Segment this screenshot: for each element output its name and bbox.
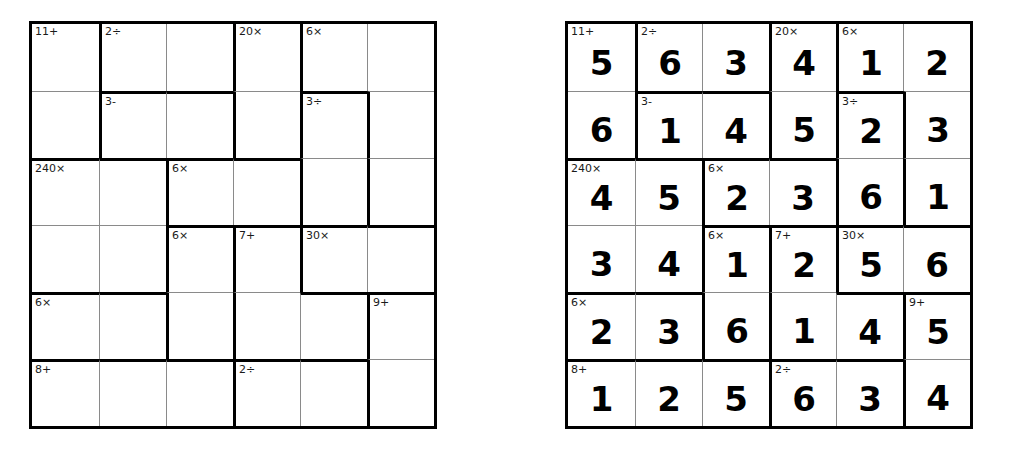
cell-digit: 6 [925, 238, 949, 282]
solution-cell-r5c3: 6 [702, 292, 769, 359]
solution-cell-r2c3: 4 [702, 91, 769, 158]
puzzle-cell-r2c2: 3- [99, 91, 166, 158]
puzzle-cell-r5c6: 9+ [367, 292, 434, 359]
solution-cell-r2c6: 3 [903, 91, 970, 158]
solution-cell-r3c6: 1 [903, 158, 970, 225]
cell-digit: 1 [792, 304, 816, 348]
cell-digit: 3 [926, 103, 950, 147]
solution-cell-r1c1: 11+5 [568, 24, 635, 91]
cell-digit: 5 [859, 238, 883, 282]
solution-cell-r2c4: 5 [769, 91, 836, 158]
cage-clue: 3- [105, 96, 116, 108]
solution-cell-r4c4: 7+2 [769, 225, 836, 292]
puzzle-cell-r5c5 [300, 292, 367, 359]
puzzle-cell-r1c3 [166, 24, 233, 91]
kenken-figure: 11+2÷20×6×3-3÷240×6×6×7+30×6×9+8+2÷ 11+5… [0, 0, 1031, 450]
cell-digit: 2 [792, 238, 816, 282]
cell-digit: 1 [590, 372, 614, 416]
cell-digit: 2 [657, 372, 681, 416]
cage-clue: 20× [239, 26, 262, 38]
kenken-solution-board: 11+52÷6320×46×1263-1453÷23240×456×236134… [565, 21, 973, 429]
puzzle-cell-r1c2: 2÷ [99, 24, 166, 91]
puzzle-cell-r1c4: 20× [233, 24, 300, 91]
cell-digit: 3 [657, 305, 681, 349]
puzzle-cell-r6c5 [300, 359, 367, 426]
puzzle-cell-r3c3: 6× [166, 158, 233, 225]
cage-clue: 6× [708, 163, 724, 175]
cell-digit: 1 [725, 238, 749, 282]
puzzle-cell-r4c2 [99, 225, 166, 292]
solution-cell-r6c1: 8+1 [568, 359, 635, 426]
puzzle-cell-r5c4 [233, 292, 300, 359]
cell-digit: 1 [926, 170, 950, 214]
cell-digit: 4 [657, 237, 681, 281]
solution-cell-r6c2: 2 [635, 359, 702, 426]
puzzle-cell-r6c1: 8+ [32, 359, 99, 426]
solution-cell-r1c5: 6×1 [836, 24, 903, 91]
solution-cell-r4c5: 30×5 [836, 225, 903, 292]
solution-cell-r4c6: 6 [903, 225, 970, 292]
solution-cell-r4c3: 6×1 [702, 225, 769, 292]
cage-clue: 7+ [239, 230, 255, 242]
puzzle-cell-r2c4 [233, 91, 300, 158]
puzzle-cell-r1c1: 11+ [32, 24, 99, 91]
cage-clue: 6× [708, 230, 724, 242]
cell-digit: 3 [791, 171, 815, 215]
solution-cell-r6c6: 4 [903, 359, 970, 426]
puzzle-cell-r3c4 [233, 158, 300, 225]
cage-clue: 6× [35, 297, 51, 309]
solution-cell-r4c1: 3 [568, 225, 635, 292]
cage-clue: 20× [775, 26, 798, 38]
puzzle-cell-r6c3 [166, 359, 233, 426]
cage-clue: 11+ [35, 26, 58, 38]
solution-cell-r3c5: 6 [836, 158, 903, 225]
cage-clue: 3- [641, 96, 652, 108]
cell-digit: 5 [724, 372, 748, 416]
cell-digit: 2 [725, 171, 749, 215]
puzzle-cell-r2c6 [367, 91, 434, 158]
cage-clue: 3÷ [842, 96, 858, 108]
puzzle-cell-r6c6 [367, 359, 434, 426]
puzzle-cell-r5c1: 6× [32, 292, 99, 359]
solution-cell-r5c4: 1 [769, 292, 836, 359]
cell-digit: 5 [792, 103, 816, 147]
solution-cell-r5c1: 6×2 [568, 292, 635, 359]
solution-cell-r1c4: 20×4 [769, 24, 836, 91]
solution-cell-r5c2: 3 [635, 292, 702, 359]
puzzle-cell-r6c4: 2÷ [233, 359, 300, 426]
puzzle-cell-r2c5: 3÷ [300, 91, 367, 158]
cage-clue: 240× [35, 163, 65, 175]
puzzle-cell-r4c1 [32, 225, 99, 292]
cell-digit: 4 [590, 171, 614, 215]
cage-clue: 30× [842, 230, 865, 242]
puzzle-cell-r4c5: 30× [300, 225, 367, 292]
cage-clue: 2÷ [775, 364, 791, 376]
cage-clue: 11+ [571, 26, 594, 38]
cell-digit: 2 [590, 305, 614, 349]
solution-cell-r5c5: 4 [836, 292, 903, 359]
solution-cell-r2c5: 3÷2 [836, 91, 903, 158]
cell-digit: 1 [859, 36, 883, 80]
solution-cell-r2c2: 3-1 [635, 91, 702, 158]
cage-clue: 2÷ [105, 26, 121, 38]
cell-digit: 6 [725, 304, 749, 348]
solution-cell-r1c6: 2 [903, 24, 970, 91]
cell-digit: 2 [925, 36, 949, 80]
cage-clue: 2÷ [641, 26, 657, 38]
cell-digit: 6 [658, 36, 682, 80]
cage-clue: 6× [842, 26, 858, 38]
cage-clue: 9+ [909, 297, 925, 309]
puzzle-cell-r4c6 [367, 225, 434, 292]
cell-digit: 4 [792, 36, 816, 80]
cage-clue: 8+ [571, 364, 587, 376]
cell-digit: 6 [859, 170, 883, 214]
solution-cell-r1c2: 2÷6 [635, 24, 702, 91]
solution-cell-r3c2: 5 [635, 158, 702, 225]
puzzle-cell-r3c5 [300, 158, 367, 225]
cage-clue: 30× [306, 230, 329, 242]
puzzle-cell-r6c2 [99, 359, 166, 426]
cage-clue: 6× [172, 230, 188, 242]
cage-clue: 6× [172, 163, 188, 175]
cage-clue: 2÷ [239, 364, 255, 376]
puzzle-cell-r4c3: 6× [166, 225, 233, 292]
solution-cell-r1c3: 3 [702, 24, 769, 91]
puzzle-cell-r3c1: 240× [32, 158, 99, 225]
puzzle-cell-r1c5: 6× [300, 24, 367, 91]
solution-cell-r4c2: 4 [635, 225, 702, 292]
cell-digit: 1 [658, 104, 682, 148]
solution-cell-r3c4: 3 [769, 158, 836, 225]
cell-digit: 5 [926, 305, 950, 349]
puzzle-cell-r3c2 [99, 158, 166, 225]
cage-clue: 7+ [775, 230, 791, 242]
solution-cell-r3c1: 240×4 [568, 158, 635, 225]
puzzle-cell-r5c2 [99, 292, 166, 359]
cell-digit: 6 [792, 372, 816, 416]
solution-cell-r2c1: 6 [568, 91, 635, 158]
puzzle-cell-r2c1 [32, 91, 99, 158]
cell-digit: 6 [590, 103, 614, 147]
puzzle-cell-r2c3 [166, 91, 233, 158]
puzzle-cell-r1c6 [367, 24, 434, 91]
solution-cell-r6c3: 5 [702, 359, 769, 426]
cage-clue: 6× [571, 297, 587, 309]
solution-cell-r3c3: 6×2 [702, 158, 769, 225]
cell-digit: 4 [858, 305, 882, 349]
cage-clue: 240× [571, 163, 601, 175]
cell-digit: 5 [590, 36, 614, 80]
puzzle-cell-r4c4: 7+ [233, 225, 300, 292]
cell-digit: 4 [724, 104, 748, 148]
cage-clue: 3÷ [306, 96, 322, 108]
solution-cell-r6c4: 2÷6 [769, 359, 836, 426]
cage-clue: 9+ [373, 297, 389, 309]
cage-clue: 8+ [35, 364, 51, 376]
cage-clue: 6× [306, 26, 322, 38]
cell-digit: 3 [590, 237, 614, 281]
cell-digit: 5 [657, 171, 681, 215]
cell-digit: 3 [858, 372, 882, 416]
kenken-puzzle-board: 11+2÷20×6×3-3÷240×6×6×7+30×6×9+8+2÷ [29, 21, 437, 429]
cell-digit: 4 [926, 371, 950, 415]
solution-cell-r5c6: 9+5 [903, 292, 970, 359]
solution-cell-r6c5: 3 [836, 359, 903, 426]
puzzle-cell-r5c3 [166, 292, 233, 359]
cell-digit: 3 [724, 36, 748, 80]
puzzle-cell-r3c6 [367, 158, 434, 225]
cell-digit: 2 [859, 104, 883, 148]
